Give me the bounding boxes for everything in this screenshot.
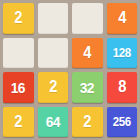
tile-32-r2c2: 32 <box>72 72 103 103</box>
tile-value: 32 <box>80 80 94 95</box>
tile-value: 8 <box>118 79 126 95</box>
tile-value: 4 <box>83 45 91 61</box>
tile-2-r3c0: 2 <box>3 107 34 138</box>
tile-16-r2c0: 16 <box>3 72 34 103</box>
empty-cell-r1c1 <box>38 38 69 69</box>
tile-256-r3c3: 256 <box>107 107 138 138</box>
tile-value: 256 <box>113 116 131 129</box>
tile-value: 16 <box>11 80 25 95</box>
tile-8-r2c3: 8 <box>107 72 138 103</box>
tile-value: 2 <box>14 114 22 130</box>
tile-4-r1c2: 4 <box>72 38 103 69</box>
tile-value: 64 <box>46 114 60 129</box>
tile-128-r1c3: 128 <box>107 38 138 69</box>
empty-cell-r0c2 <box>72 3 103 34</box>
empty-cell-r1c0 <box>3 38 34 69</box>
tile-64-r3c1: 64 <box>38 107 69 138</box>
empty-cell-r0c1 <box>38 3 69 34</box>
tile-4-r0c3: 4 <box>107 3 138 34</box>
tile-value: 128 <box>113 47 131 60</box>
tile-value: 2 <box>14 10 22 26</box>
tile-2-r3c2: 2 <box>72 107 103 138</box>
board-2048[interactable]: 2441281623282642256 <box>0 0 140 140</box>
tile-value: 4 <box>118 10 126 26</box>
tile-2-r0c0: 2 <box>3 3 34 34</box>
tile-value: 2 <box>83 114 91 130</box>
tile-2-r2c1: 2 <box>38 72 69 103</box>
tile-value: 2 <box>49 79 57 95</box>
